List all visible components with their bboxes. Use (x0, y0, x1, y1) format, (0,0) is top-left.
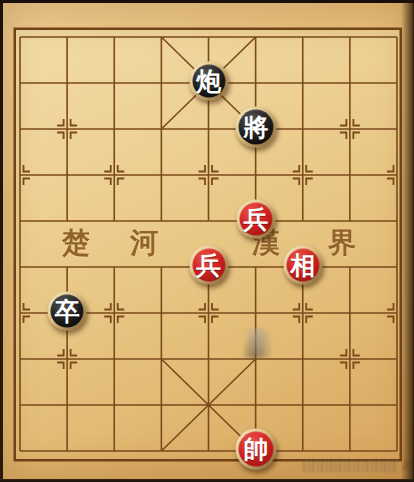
piece-black-cannon[interactable]: 炮 (189, 62, 228, 101)
piece-face: 炮 (192, 65, 225, 98)
piece-face: 相 (286, 249, 319, 282)
river-char-4: 界 (328, 224, 356, 262)
piece-red-soldier-a[interactable]: 兵 (236, 200, 275, 239)
piece-glyph: 兵 (243, 207, 268, 232)
piece-face: 將 (238, 110, 273, 145)
piece-glyph: 將 (243, 115, 268, 140)
piece-face: 兵 (192, 249, 225, 282)
river-char-1: 楚 (62, 224, 90, 262)
piece-face: 兵 (239, 203, 272, 236)
piece-black-soldier[interactable]: 卒 (48, 292, 87, 331)
piece-red-elephant[interactable]: 相 (283, 246, 322, 285)
piece-face: 卒 (51, 295, 84, 328)
piece-black-general[interactable]: 將 (235, 107, 276, 148)
watermark-glyph: z (402, 456, 409, 472)
piece-red-soldier-b[interactable]: 兵 (189, 246, 228, 285)
piece-glyph: 兵 (196, 253, 221, 278)
piece-face: 帥 (238, 432, 273, 467)
piece-glyph: 卒 (55, 299, 80, 324)
piece-glyph: 炮 (196, 69, 221, 94)
piece-red-general[interactable]: 帥 (235, 429, 276, 470)
xiangqi-app: 楚河漢界 炮將兵兵相卒帥 z (0, 0, 414, 482)
piece-glyph: 帥 (243, 437, 268, 462)
watermark-smudge: z (303, 459, 398, 472)
river-char-2: 河 (130, 224, 158, 262)
piece-glyph: 相 (290, 253, 315, 278)
